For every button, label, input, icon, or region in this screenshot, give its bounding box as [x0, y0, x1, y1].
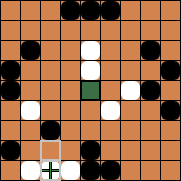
- cell-r7c5[interactable]: [101, 141, 120, 160]
- cell-r7c4[interactable]: ●: [81, 141, 100, 160]
- cell-r5c0[interactable]: [1, 101, 20, 120]
- cell-r4c5[interactable]: [101, 81, 120, 100]
- cell-r7c6[interactable]: [121, 141, 140, 160]
- black-soldier[interactable]: ●: [21, 41, 40, 60]
- cell-r1c6[interactable]: [121, 21, 140, 40]
- cell-r1c0[interactable]: [1, 21, 20, 40]
- cell-r5c8[interactable]: ●: [161, 101, 180, 120]
- king-cross-icon: [49, 161, 52, 180]
- cell-r6c1[interactable]: [21, 121, 40, 140]
- cell-r6c8[interactable]: [161, 121, 180, 140]
- black-soldier[interactable]: ●: [161, 101, 180, 120]
- cell-r7c0[interactable]: ●: [1, 141, 20, 160]
- cell-r1c5[interactable]: [101, 21, 120, 40]
- cell-r0c3[interactable]: ●: [61, 1, 80, 20]
- cell-r2c4[interactable]: ○: [81, 41, 100, 60]
- black-soldier[interactable]: ●: [161, 61, 180, 80]
- cell-r3c7[interactable]: [141, 61, 160, 80]
- cell-r7c3[interactable]: [61, 141, 80, 160]
- cell-r4c7[interactable]: ●: [141, 81, 160, 100]
- cell-r2c3[interactable]: [61, 41, 80, 60]
- cell-r8c7[interactable]: [141, 161, 160, 180]
- white-soldier[interactable]: ○: [21, 101, 40, 120]
- cell-r5c2[interactable]: [41, 101, 60, 120]
- cell-r6c7[interactable]: [141, 121, 160, 140]
- cell-r5c3[interactable]: [61, 101, 80, 120]
- cell-r1c3[interactable]: [61, 21, 80, 40]
- cell-r1c7[interactable]: [141, 21, 160, 40]
- cell-r8c1[interactable]: ○: [21, 161, 40, 180]
- cell-r2c6[interactable]: [121, 41, 140, 60]
- cell-r3c2[interactable]: [41, 61, 60, 80]
- black-soldier[interactable]: ●: [1, 141, 20, 160]
- cell-r4c8[interactable]: [161, 81, 180, 100]
- throne-cell[interactable]: [81, 81, 100, 100]
- cell-r2c0[interactable]: [1, 41, 20, 60]
- black-soldier[interactable]: ●: [41, 121, 60, 140]
- white-soldier[interactable]: ○: [101, 101, 120, 120]
- cell-r0c2[interactable]: [41, 1, 60, 20]
- black-soldier[interactable]: ●: [81, 161, 100, 180]
- cell-r5c6[interactable]: [121, 101, 140, 120]
- cell-r8c3[interactable]: ○: [61, 161, 80, 180]
- cell-r1c1[interactable]: [21, 21, 40, 40]
- cell-r0c4[interactable]: ●: [81, 1, 100, 20]
- cell-r7c7[interactable]: [141, 141, 160, 160]
- white-soldier[interactable]: ○: [61, 161, 80, 180]
- cell-r6c6[interactable]: [121, 121, 140, 140]
- cell-r6c2[interactable]: ●: [41, 121, 60, 140]
- black-soldier[interactable]: ●: [141, 81, 160, 100]
- cell-r8c8[interactable]: [161, 161, 180, 180]
- black-soldier[interactable]: ●: [61, 1, 80, 20]
- white-soldier[interactable]: ○: [81, 61, 100, 80]
- cell-r5c4[interactable]: [81, 101, 100, 120]
- cell-r6c3[interactable]: [61, 121, 80, 140]
- cell-r4c1[interactable]: [21, 81, 40, 100]
- tablut-board: ●●●●○●●○●●○●○○●●●●○○○●●: [0, 0, 181, 181]
- cell-r7c8[interactable]: [161, 141, 180, 160]
- black-soldier[interactable]: ●: [1, 81, 20, 100]
- white-soldier[interactable]: ○: [121, 81, 140, 100]
- cell-r2c5[interactable]: [101, 41, 120, 60]
- cell-r1c2[interactable]: [41, 21, 60, 40]
- cell-r0c6[interactable]: [121, 1, 140, 20]
- cell-r8c2[interactable]: ○: [41, 161, 60, 180]
- cell-r3c4[interactable]: ○: [81, 61, 100, 80]
- cell-r1c8[interactable]: [161, 21, 180, 40]
- cell-r7c2[interactable]: [41, 141, 60, 160]
- cell-r3c6[interactable]: [121, 61, 140, 80]
- cell-r1c4[interactable]: [81, 21, 100, 40]
- cell-r4c2[interactable]: [41, 81, 60, 100]
- cell-r4c3[interactable]: [61, 81, 80, 100]
- cell-r5c7[interactable]: [141, 101, 160, 120]
- cell-r3c1[interactable]: [21, 61, 40, 80]
- cell-r2c7[interactable]: ●: [141, 41, 160, 60]
- black-soldier[interactable]: ●: [81, 1, 100, 20]
- cell-r3c5[interactable]: [101, 61, 120, 80]
- cell-r2c2[interactable]: [41, 41, 60, 60]
- cell-r4c6[interactable]: ○: [121, 81, 140, 100]
- cell-r6c5[interactable]: [101, 121, 120, 140]
- black-soldier[interactable]: ●: [101, 161, 120, 180]
- cell-r8c5[interactable]: ●: [101, 161, 120, 180]
- cell-r6c0[interactable]: [1, 121, 20, 140]
- black-soldier[interactable]: ●: [1, 61, 20, 80]
- cell-r5c5[interactable]: ○: [101, 101, 120, 120]
- cell-r2c8[interactable]: [161, 41, 180, 60]
- black-soldier[interactable]: ●: [81, 141, 100, 160]
- cell-r8c4[interactable]: ●: [81, 161, 100, 180]
- white-soldier[interactable]: ○: [21, 161, 40, 180]
- cell-r8c6[interactable]: [121, 161, 140, 180]
- cell-r2c1[interactable]: ●: [21, 41, 40, 60]
- cell-r7c1[interactable]: [21, 141, 40, 160]
- cell-r0c8[interactable]: [161, 1, 180, 20]
- cell-r8c0[interactable]: [1, 161, 20, 180]
- white-soldier[interactable]: ○: [81, 41, 100, 60]
- cell-r3c8[interactable]: ●: [161, 61, 180, 80]
- last-move-highlight: [40, 140, 61, 161]
- cell-r5c1[interactable]: ○: [21, 101, 40, 120]
- cell-r0c5[interactable]: ●: [101, 1, 120, 20]
- cell-r0c7[interactable]: [141, 1, 160, 20]
- cell-r3c3[interactable]: [61, 61, 80, 80]
- cell-r6c4[interactable]: [81, 121, 100, 140]
- cell-r0c1[interactable]: [21, 1, 40, 20]
- black-soldier[interactable]: ●: [141, 41, 160, 60]
- black-soldier[interactable]: ●: [101, 1, 120, 20]
- cell-r0c0[interactable]: [1, 1, 20, 20]
- cell-r3c0[interactable]: ●: [1, 61, 20, 80]
- cell-r4c0[interactable]: ●: [1, 81, 20, 100]
